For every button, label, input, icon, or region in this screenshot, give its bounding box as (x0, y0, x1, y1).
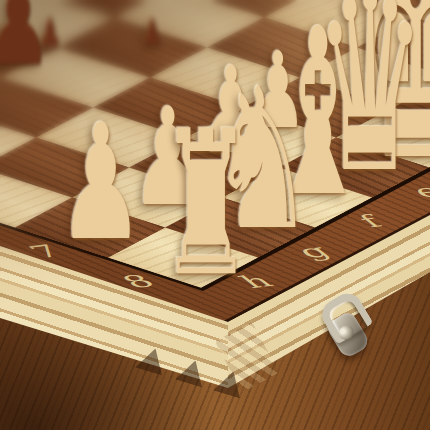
black-pawn-h4: ♟ (0, 0, 52, 83)
black-blurred-piece-2: ♟ (141, 15, 164, 51)
white-pawn-h7: ♟ (58, 103, 144, 263)
chess-set-photo: abcdefgh 87654321 ♟♟♟♟♟♚♛♝♟♞♟♜ (0, 0, 430, 430)
white-rook-h8: ♜ (159, 104, 252, 304)
